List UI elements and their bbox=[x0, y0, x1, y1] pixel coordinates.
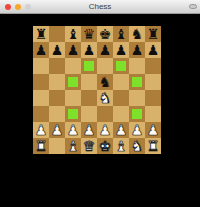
black-bishop-c8[interactable]: ♝ bbox=[65, 26, 81, 42]
square-c3[interactable] bbox=[65, 106, 81, 122]
white-queen-d1[interactable]: ♛ bbox=[81, 138, 97, 154]
white-bishop-f1[interactable]: ♝ bbox=[113, 138, 129, 154]
square-h8[interactable]: ♜ bbox=[145, 26, 161, 42]
square-b5[interactable] bbox=[49, 74, 65, 90]
square-f3[interactable] bbox=[113, 106, 129, 122]
white-pawn-b2[interactable]: ♟ bbox=[49, 122, 65, 138]
legal-move-highlight-g3[interactable] bbox=[132, 109, 142, 119]
square-f4[interactable] bbox=[113, 90, 129, 106]
white-knight-e4[interactable]: ♞ bbox=[97, 90, 113, 106]
square-e5[interactable]: ♞ bbox=[97, 74, 113, 90]
square-g4[interactable] bbox=[129, 90, 145, 106]
square-a7[interactable]: ♟ bbox=[33, 42, 49, 58]
legal-move-highlight-f6[interactable] bbox=[116, 61, 126, 71]
white-rook-h1[interactable]: ♜ bbox=[145, 138, 161, 154]
square-d1[interactable]: ♛ bbox=[81, 138, 97, 154]
square-h3[interactable] bbox=[145, 106, 161, 122]
square-g2[interactable]: ♟ bbox=[129, 122, 145, 138]
square-a1[interactable]: ♜ bbox=[33, 138, 49, 154]
square-a2[interactable]: ♟ bbox=[33, 122, 49, 138]
white-knight-g1[interactable]: ♞ bbox=[129, 138, 145, 154]
square-d7[interactable]: ♟ bbox=[81, 42, 97, 58]
square-f7[interactable]: ♟ bbox=[113, 42, 129, 58]
square-h1[interactable]: ♜ bbox=[145, 138, 161, 154]
chess-board: ♜♝♛♚♝♞♜♟♟♟♟♟♟♟♟♞♞♟♟♟♟♟♟♟♟♜♝♛♚♝♞♜ bbox=[33, 26, 161, 154]
square-e7[interactable]: ♟ bbox=[97, 42, 113, 58]
black-pawn-a7[interactable]: ♟ bbox=[33, 42, 49, 58]
square-d6[interactable] bbox=[81, 58, 97, 74]
square-h2[interactable]: ♟ bbox=[145, 122, 161, 138]
square-e1[interactable]: ♚ bbox=[97, 138, 113, 154]
white-pawn-g2[interactable]: ♟ bbox=[129, 122, 145, 138]
square-f1[interactable]: ♝ bbox=[113, 138, 129, 154]
square-h5[interactable] bbox=[145, 74, 161, 90]
square-c7[interactable]: ♟ bbox=[65, 42, 81, 58]
square-f6[interactable] bbox=[113, 58, 129, 74]
square-a5[interactable] bbox=[33, 74, 49, 90]
white-pawn-c2[interactable]: ♟ bbox=[65, 122, 81, 138]
black-bishop-f8[interactable]: ♝ bbox=[113, 26, 129, 42]
toolbar-toggle-icon[interactable] bbox=[189, 4, 197, 9]
legal-move-highlight-c3[interactable] bbox=[68, 109, 78, 119]
white-pawn-e2[interactable]: ♟ bbox=[97, 122, 113, 138]
square-c6[interactable] bbox=[65, 58, 81, 74]
square-d5[interactable] bbox=[81, 74, 97, 90]
square-b2[interactable]: ♟ bbox=[49, 122, 65, 138]
black-pawn-h7[interactable]: ♟ bbox=[145, 42, 161, 58]
square-c2[interactable]: ♟ bbox=[65, 122, 81, 138]
white-rook-a1[interactable]: ♜ bbox=[33, 138, 49, 154]
square-h6[interactable] bbox=[145, 58, 161, 74]
square-c1[interactable]: ♝ bbox=[65, 138, 81, 154]
black-pawn-e7[interactable]: ♟ bbox=[97, 42, 113, 58]
square-e3[interactable] bbox=[97, 106, 113, 122]
white-king-e1[interactable]: ♚ bbox=[97, 138, 113, 154]
square-b7[interactable]: ♟ bbox=[49, 42, 65, 58]
white-pawn-a2[interactable]: ♟ bbox=[33, 122, 49, 138]
square-f8[interactable]: ♝ bbox=[113, 26, 129, 42]
square-a6[interactable] bbox=[33, 58, 49, 74]
black-pawn-c7[interactable]: ♟ bbox=[65, 42, 81, 58]
square-b8[interactable] bbox=[49, 26, 65, 42]
black-pawn-d7[interactable]: ♟ bbox=[81, 42, 97, 58]
square-g8[interactable]: ♞ bbox=[129, 26, 145, 42]
square-e6[interactable] bbox=[97, 58, 113, 74]
black-pawn-f7[interactable]: ♟ bbox=[113, 42, 129, 58]
black-pawn-b7[interactable]: ♟ bbox=[49, 42, 65, 58]
black-king-e8[interactable]: ♚ bbox=[97, 26, 113, 42]
square-h7[interactable]: ♟ bbox=[145, 42, 161, 58]
black-rook-h8[interactable]: ♜ bbox=[145, 26, 161, 42]
square-e2[interactable]: ♟ bbox=[97, 122, 113, 138]
black-rook-a8[interactable]: ♜ bbox=[33, 26, 49, 42]
legal-move-highlight-d6[interactable] bbox=[84, 61, 94, 71]
square-f2[interactable]: ♟ bbox=[113, 122, 129, 138]
square-g1[interactable]: ♞ bbox=[129, 138, 145, 154]
black-knight-e5[interactable]: ♞ bbox=[97, 74, 113, 90]
square-d2[interactable]: ♟ bbox=[81, 122, 97, 138]
square-a8[interactable]: ♜ bbox=[33, 26, 49, 42]
square-g7[interactable]: ♟ bbox=[129, 42, 145, 58]
square-b4[interactable] bbox=[49, 90, 65, 106]
square-d3[interactable] bbox=[81, 106, 97, 122]
square-c8[interactable]: ♝ bbox=[65, 26, 81, 42]
black-knight-g8[interactable]: ♞ bbox=[129, 26, 145, 42]
white-pawn-d2[interactable]: ♟ bbox=[81, 122, 97, 138]
square-g6[interactable] bbox=[129, 58, 145, 74]
square-a4[interactable] bbox=[33, 90, 49, 106]
white-bishop-c1[interactable]: ♝ bbox=[65, 138, 81, 154]
square-h4[interactable] bbox=[145, 90, 161, 106]
square-d4[interactable] bbox=[81, 90, 97, 106]
square-e4[interactable]: ♞ bbox=[97, 90, 113, 106]
white-pawn-f2[interactable]: ♟ bbox=[113, 122, 129, 138]
square-a3[interactable] bbox=[33, 106, 49, 122]
square-b1[interactable] bbox=[49, 138, 65, 154]
black-pawn-g7[interactable]: ♟ bbox=[129, 42, 145, 58]
legal-move-highlight-c5[interactable] bbox=[68, 77, 78, 87]
legal-move-highlight-g5[interactable] bbox=[132, 77, 142, 87]
square-c4[interactable] bbox=[65, 90, 81, 106]
square-d8[interactable]: ♛ bbox=[81, 26, 97, 42]
square-b3[interactable] bbox=[49, 106, 65, 122]
black-queen-d8[interactable]: ♛ bbox=[81, 26, 97, 42]
square-c5[interactable] bbox=[65, 74, 81, 90]
window-title: Chess bbox=[0, 0, 200, 13]
square-f5[interactable] bbox=[113, 74, 129, 90]
square-g5[interactable] bbox=[129, 74, 145, 90]
square-b6[interactable] bbox=[49, 58, 65, 74]
title-bar: Chess bbox=[0, 0, 200, 14]
square-g3[interactable] bbox=[129, 106, 145, 122]
square-e8[interactable]: ♚ bbox=[97, 26, 113, 42]
white-pawn-h2[interactable]: ♟ bbox=[145, 122, 161, 138]
